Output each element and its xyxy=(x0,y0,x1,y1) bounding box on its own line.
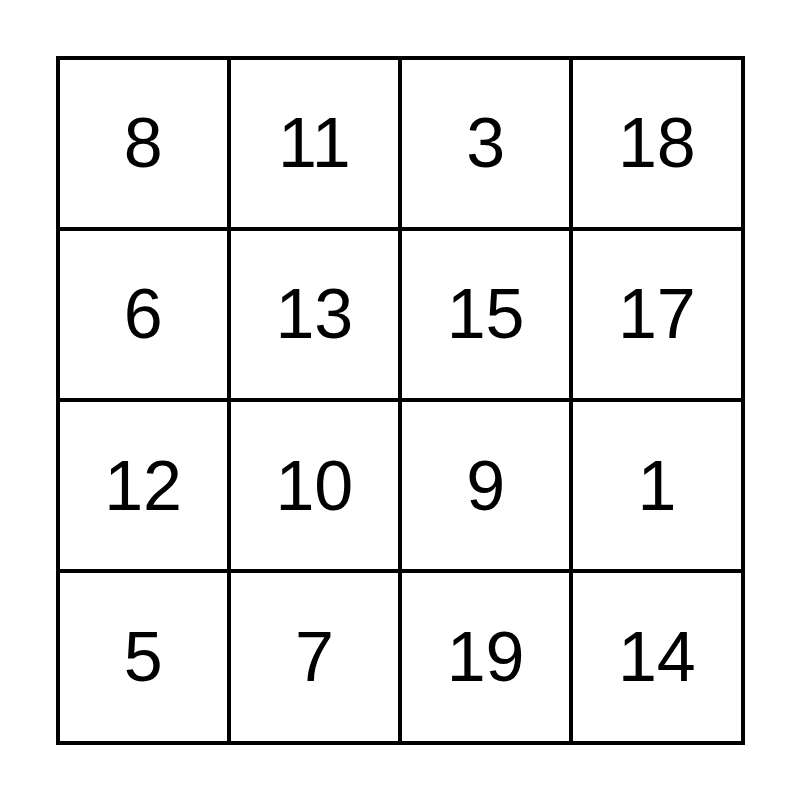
grid-cell-r4c3: 19 xyxy=(402,573,569,740)
grid-cell-r2c1: 6 xyxy=(60,231,227,398)
grid-cell-r1c2: 11 xyxy=(231,60,398,227)
puzzle-page: 8113186131517121091571914 xyxy=(0,0,800,800)
grid-cell-r3c1: 12 xyxy=(60,402,227,569)
grid-cell-r1c3: 3 xyxy=(402,60,569,227)
grid-cell-r3c4: 1 xyxy=(573,402,740,569)
grid-cell-r4c2: 7 xyxy=(231,573,398,740)
grid-cell-r4c1: 5 xyxy=(60,573,227,740)
number-grid-board: 8113186131517121091571914 xyxy=(56,56,745,745)
grid-cell-r3c3: 9 xyxy=(402,402,569,569)
grid-cell-r1c1: 8 xyxy=(60,60,227,227)
grid-cell-r2c3: 15 xyxy=(402,231,569,398)
grid-cell-r3c2: 10 xyxy=(231,402,398,569)
grid-cell-r4c4: 14 xyxy=(573,573,740,740)
grid-cell-r2c4: 17 xyxy=(573,231,740,398)
grid-cell-r2c2: 13 xyxy=(231,231,398,398)
grid-cell-r1c4: 18 xyxy=(573,60,740,227)
